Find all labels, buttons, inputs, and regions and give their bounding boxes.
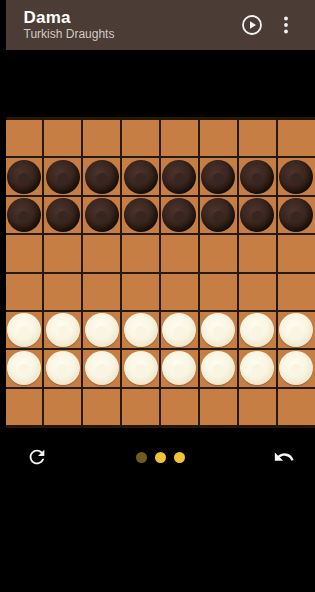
board-cell[interactable]: ● bbox=[200, 197, 237, 233]
dark-piece[interactable]: ● bbox=[124, 160, 158, 194]
page-subtitle: Turkish Draughts bbox=[24, 28, 235, 42]
board-cell[interactable] bbox=[83, 274, 120, 310]
white-piece[interactable]: ● bbox=[7, 351, 41, 385]
board-cell[interactable] bbox=[6, 389, 43, 425]
board-cell[interactable] bbox=[122, 235, 159, 271]
dark-piece[interactable]: ● bbox=[46, 198, 80, 232]
board-cell[interactable]: ● bbox=[83, 197, 120, 233]
undo-icon bbox=[273, 446, 295, 468]
page-title: Dama bbox=[24, 8, 235, 28]
dark-piece[interactable]: ● bbox=[85, 160, 119, 194]
board-cell[interactable]: ● bbox=[83, 312, 120, 348]
board-cell[interactable] bbox=[6, 274, 43, 310]
board-cell[interactable] bbox=[6, 120, 43, 156]
board-cell[interactable] bbox=[83, 389, 120, 425]
board-cell[interactable]: ● bbox=[122, 158, 159, 194]
app-bar-titles: Dama Turkish Draughts bbox=[24, 8, 235, 42]
redo-button[interactable] bbox=[20, 440, 54, 474]
dark-piece[interactable]: ● bbox=[240, 198, 274, 232]
board-cell[interactable]: ● bbox=[278, 312, 315, 348]
dark-piece[interactable]: ● bbox=[162, 198, 196, 232]
page-dot bbox=[136, 452, 147, 463]
board-cell[interactable]: ● bbox=[122, 312, 159, 348]
white-piece[interactable]: ● bbox=[46, 351, 80, 385]
white-piece[interactable]: ● bbox=[7, 313, 41, 347]
board-cell[interactable] bbox=[239, 274, 276, 310]
board-cell[interactable]: ● bbox=[6, 350, 43, 386]
board-cell[interactable] bbox=[278, 274, 315, 310]
board-cell[interactable]: ● bbox=[83, 158, 120, 194]
dark-piece[interactable]: ● bbox=[124, 198, 158, 232]
board-cell[interactable] bbox=[83, 120, 120, 156]
page-dot bbox=[155, 452, 166, 463]
white-piece[interactable]: ● bbox=[240, 351, 274, 385]
dark-piece[interactable]: ● bbox=[201, 198, 235, 232]
white-piece[interactable]: ● bbox=[279, 313, 313, 347]
board-cell[interactable] bbox=[161, 120, 198, 156]
board-cell[interactable]: ● bbox=[239, 158, 276, 194]
board-cell[interactable] bbox=[278, 120, 315, 156]
board-cell[interactable]: ● bbox=[44, 197, 81, 233]
play-circle-icon bbox=[240, 13, 264, 37]
refresh-redo-icon bbox=[26, 446, 48, 468]
white-piece[interactable]: ● bbox=[279, 351, 313, 385]
board-cell[interactable]: ● bbox=[122, 350, 159, 386]
board-cell[interactable] bbox=[200, 120, 237, 156]
white-piece[interactable]: ● bbox=[162, 351, 196, 385]
dark-piece[interactable]: ● bbox=[201, 160, 235, 194]
board-cell[interactable]: ● bbox=[44, 158, 81, 194]
board-cell[interactable] bbox=[200, 389, 237, 425]
app-bar: Dama Turkish Draughts bbox=[6, 0, 315, 50]
board-cell[interactable]: ● bbox=[200, 312, 237, 348]
footer-bar bbox=[6, 440, 315, 474]
board-cell[interactable] bbox=[161, 274, 198, 310]
white-piece[interactable]: ● bbox=[201, 351, 235, 385]
board-cell[interactable]: ● bbox=[278, 197, 315, 233]
board-cell[interactable]: ● bbox=[161, 158, 198, 194]
board-cell[interactable]: ● bbox=[6, 312, 43, 348]
white-piece[interactable]: ● bbox=[124, 351, 158, 385]
board-cell[interactable] bbox=[278, 235, 315, 271]
dark-piece[interactable]: ● bbox=[7, 198, 41, 232]
board-cell[interactable]: ● bbox=[6, 158, 43, 194]
dark-piece[interactable]: ● bbox=[162, 160, 196, 194]
board-cell[interactable] bbox=[122, 389, 159, 425]
board-cell[interactable] bbox=[44, 120, 81, 156]
overflow-menu-button[interactable] bbox=[269, 8, 303, 42]
dark-piece[interactable]: ● bbox=[46, 160, 80, 194]
board-cell[interactable] bbox=[122, 120, 159, 156]
page-dot bbox=[174, 452, 185, 463]
white-piece[interactable]: ● bbox=[162, 313, 196, 347]
board-cell[interactable] bbox=[44, 389, 81, 425]
board-cell[interactable] bbox=[44, 235, 81, 271]
board-cell[interactable] bbox=[161, 389, 198, 425]
board-cell[interactable] bbox=[239, 235, 276, 271]
white-piece[interactable]: ● bbox=[85, 313, 119, 347]
play-button[interactable] bbox=[235, 8, 269, 42]
dark-piece[interactable]: ● bbox=[279, 160, 313, 194]
board-cell[interactable] bbox=[6, 235, 43, 271]
app-screen: Dama Turkish Draughts ●●●●●●●●●●●●●●●●●●… bbox=[6, 0, 315, 592]
board-cell[interactable] bbox=[278, 389, 315, 425]
board-cell[interactable]: ● bbox=[83, 350, 120, 386]
board-cell[interactable]: ● bbox=[239, 197, 276, 233]
board-cell[interactable] bbox=[200, 274, 237, 310]
dark-piece[interactable]: ● bbox=[7, 160, 41, 194]
dark-piece[interactable]: ● bbox=[279, 198, 313, 232]
board-cell[interactable]: ● bbox=[200, 158, 237, 194]
white-piece[interactable]: ● bbox=[85, 351, 119, 385]
board-cell[interactable]: ● bbox=[6, 197, 43, 233]
board: ●●●●●●●●●●●●●●●●●●●●●●●●●●●●●●●● bbox=[6, 117, 315, 428]
board-cell[interactable] bbox=[239, 389, 276, 425]
board-cell[interactable]: ● bbox=[44, 350, 81, 386]
board-cell[interactable] bbox=[44, 274, 81, 310]
board-cell[interactable]: ● bbox=[278, 350, 315, 386]
board-cell[interactable]: ● bbox=[278, 158, 315, 194]
white-piece[interactable]: ● bbox=[240, 313, 274, 347]
board-cell[interactable]: ● bbox=[161, 197, 198, 233]
board-cell[interactable]: ● bbox=[161, 312, 198, 348]
undo-button[interactable] bbox=[267, 440, 301, 474]
board-cell[interactable]: ● bbox=[161, 350, 198, 386]
board-cell[interactable]: ● bbox=[239, 350, 276, 386]
board-cell[interactable]: ● bbox=[239, 312, 276, 348]
dark-piece[interactable]: ● bbox=[85, 198, 119, 232]
white-piece[interactable]: ● bbox=[46, 313, 80, 347]
board-cell[interactable] bbox=[161, 235, 198, 271]
board-cell[interactable]: ● bbox=[44, 312, 81, 348]
white-piece[interactable]: ● bbox=[201, 313, 235, 347]
dark-piece[interactable]: ● bbox=[240, 160, 274, 194]
board-cell[interactable] bbox=[200, 235, 237, 271]
board-cell[interactable]: ● bbox=[122, 197, 159, 233]
board-cell[interactable] bbox=[239, 120, 276, 156]
board-cell[interactable] bbox=[83, 235, 120, 271]
board-cell[interactable] bbox=[122, 274, 159, 310]
white-piece[interactable]: ● bbox=[124, 313, 158, 347]
board-cell[interactable]: ● bbox=[200, 350, 237, 386]
kebab-menu-icon bbox=[274, 13, 298, 37]
